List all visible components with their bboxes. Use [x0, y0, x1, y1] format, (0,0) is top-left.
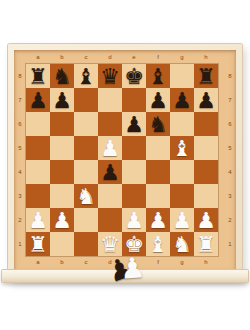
- square-g8[interactable]: [170, 64, 194, 88]
- square-e2[interactable]: ♟: [122, 208, 146, 232]
- square-h2[interactable]: ♟: [194, 208, 218, 232]
- square-b3[interactable]: [50, 184, 74, 208]
- piece-black-king-e8[interactable]: ♚: [122, 64, 146, 88]
- square-h6[interactable]: [194, 112, 218, 136]
- piece-white-pawn-g2[interactable]: ♟: [170, 208, 194, 232]
- piece-white-knight-g1[interactable]: ♞: [170, 232, 194, 256]
- square-c5[interactable]: [74, 136, 98, 160]
- square-d4[interactable]: ♟: [98, 160, 122, 184]
- file-label-bottom-h: h: [194, 258, 218, 267]
- square-g2[interactable]: ♟: [170, 208, 194, 232]
- rank-label-right-2: 2: [225, 208, 235, 232]
- piece-black-queen-d8[interactable]: ♛: [98, 64, 122, 88]
- square-b4[interactable]: [50, 160, 74, 184]
- piece-white-knight-c3[interactable]: ♞: [74, 184, 98, 208]
- square-d6[interactable]: [98, 112, 122, 136]
- file-label-top-g: g: [170, 53, 194, 62]
- piece-white-pawn-h2[interactable]: ♟: [194, 208, 218, 232]
- rank-label-right-1: 1: [225, 232, 235, 256]
- file-label-top-b: b: [50, 53, 74, 62]
- square-a3[interactable]: [26, 184, 50, 208]
- board-surface: abcdefgh 87654321 87654321 ♜♞♝♛♚♝♜♟♟♟♟♟♟…: [14, 50, 236, 273]
- square-a6[interactable]: [26, 112, 50, 136]
- file-label-bottom-b: b: [50, 258, 74, 267]
- rank-label-right-7: 7: [225, 88, 235, 112]
- square-f8[interactable]: ♝: [146, 64, 170, 88]
- square-d2[interactable]: [98, 208, 122, 232]
- piece-white-bishop-f1[interactable]: ♝: [146, 232, 170, 256]
- square-a4[interactable]: [26, 160, 50, 184]
- square-b2[interactable]: ♟: [50, 208, 74, 232]
- square-c1[interactable]: [74, 232, 98, 256]
- square-f4[interactable]: [146, 160, 170, 184]
- piece-white-rook-a1[interactable]: ♜: [26, 232, 50, 256]
- piece-white-bishop-g5[interactable]: ♝: [170, 136, 194, 160]
- piece-white-pawn-e2[interactable]: ♟: [122, 208, 146, 232]
- rank-label-left-8: 8: [15, 64, 25, 88]
- rank-label-right-5: 5: [225, 136, 235, 160]
- square-b7[interactable]: ♟: [50, 88, 74, 112]
- rank-label-left-1: 1: [15, 232, 25, 256]
- piece-black-rook-h8[interactable]: ♜: [194, 64, 218, 88]
- square-c7[interactable]: [74, 88, 98, 112]
- file-label-bottom-g: g: [170, 258, 194, 267]
- square-f3[interactable]: [146, 184, 170, 208]
- demo-board-frame: abcdefgh 87654321 87654321 ♜♞♝♛♚♝♜♟♟♟♟♟♟…: [8, 44, 242, 280]
- rank-label-right-6: 6: [225, 112, 235, 136]
- square-f5[interactable]: [146, 136, 170, 160]
- piece-white-pawn-f2[interactable]: ♟: [146, 208, 170, 232]
- rank-labels-left: 87654321: [15, 64, 25, 256]
- square-f7[interactable]: ♟: [146, 88, 170, 112]
- square-g4[interactable]: [170, 160, 194, 184]
- square-c4[interactable]: [74, 160, 98, 184]
- square-c3[interactable]: ♞: [74, 184, 98, 208]
- file-label-bottom-f: f: [146, 258, 170, 267]
- square-g3[interactable]: [170, 184, 194, 208]
- square-h1[interactable]: ♜: [194, 232, 218, 256]
- rank-label-left-3: 3: [15, 184, 25, 208]
- square-f2[interactable]: ♟: [146, 208, 170, 232]
- piece-black-bishop-c8[interactable]: ♝: [74, 64, 98, 88]
- square-b5[interactable]: [50, 136, 74, 160]
- square-e4[interactable]: [122, 160, 146, 184]
- square-g5[interactable]: ♝: [170, 136, 194, 160]
- square-e8[interactable]: ♚: [122, 64, 146, 88]
- piece-white-pawn-a2[interactable]: ♟: [26, 208, 50, 232]
- piece-black-pawn-h7[interactable]: ♟: [194, 88, 218, 112]
- square-a2[interactable]: ♟: [26, 208, 50, 232]
- square-d8[interactable]: ♛: [98, 64, 122, 88]
- piece-black-pawn-d4[interactable]: ♟: [98, 160, 122, 184]
- file-label-top-c: c: [74, 53, 98, 62]
- file-label-bottom-c: c: [74, 258, 98, 267]
- square-h4[interactable]: [194, 160, 218, 184]
- square-a5[interactable]: [26, 136, 50, 160]
- square-b8[interactable]: ♞: [50, 64, 74, 88]
- square-e5[interactable]: [122, 136, 146, 160]
- square-e6[interactable]: ♟: [122, 112, 146, 136]
- square-g6[interactable]: [170, 112, 194, 136]
- file-label-top-e: e: [122, 53, 146, 62]
- rank-label-left-4: 4: [15, 160, 25, 184]
- square-f6[interactable]: ♞: [146, 112, 170, 136]
- rank-label-left-5: 5: [15, 136, 25, 160]
- rank-label-right-8: 8: [225, 64, 235, 88]
- square-a7[interactable]: ♟: [26, 88, 50, 112]
- chess-board: ♜♞♝♛♚♝♜♟♟♟♟♟♟♞♟♝♟♞♟♟♟♟♟♟♜♛♚♝♞♜: [26, 64, 218, 256]
- piece-black-knight-f6[interactable]: ♞: [146, 112, 170, 136]
- square-a8[interactable]: ♜: [26, 64, 50, 88]
- square-c8[interactable]: ♝: [74, 64, 98, 88]
- square-d3[interactable]: [98, 184, 122, 208]
- square-h7[interactable]: ♟: [194, 88, 218, 112]
- piece-white-rook-h1[interactable]: ♜: [194, 232, 218, 256]
- file-label-top-h: h: [194, 53, 218, 62]
- piece-black-pawn-e6[interactable]: ♟: [122, 112, 146, 136]
- square-c6[interactable]: [74, 112, 98, 136]
- piece-black-rook-a8[interactable]: ♜: [26, 64, 50, 88]
- piece-white-pawn-d5[interactable]: ♟: [98, 136, 122, 160]
- rank-label-right-3: 3: [225, 184, 235, 208]
- square-a1[interactable]: ♜: [26, 232, 50, 256]
- square-g1[interactable]: ♞: [170, 232, 194, 256]
- file-label-top-f: f: [146, 53, 170, 62]
- square-b1[interactable]: [50, 232, 74, 256]
- square-f1[interactable]: ♝: [146, 232, 170, 256]
- square-c2[interactable]: [74, 208, 98, 232]
- piece-black-bishop-f8[interactable]: ♝: [146, 64, 170, 88]
- file-label-top-a: a: [26, 53, 50, 62]
- piece-black-pawn-a7[interactable]: ♟: [26, 88, 50, 112]
- square-g7[interactable]: ♟: [170, 88, 194, 112]
- captured-white-pawn[interactable]: ♟: [119, 254, 146, 284]
- square-e7[interactable]: [122, 88, 146, 112]
- file-label-top-d: d: [98, 53, 122, 62]
- rank-label-left-7: 7: [15, 88, 25, 112]
- square-b6[interactable]: [50, 112, 74, 136]
- square-h3[interactable]: [194, 184, 218, 208]
- piece-black-knight-b8[interactable]: ♞: [50, 64, 74, 88]
- piece-black-pawn-f7[interactable]: ♟: [146, 88, 170, 112]
- piece-black-pawn-b7[interactable]: ♟: [50, 88, 74, 112]
- file-label-bottom-a: a: [26, 258, 50, 267]
- rank-label-left-6: 6: [15, 112, 25, 136]
- piece-black-pawn-g7[interactable]: ♟: [170, 88, 194, 112]
- rank-label-left-2: 2: [15, 208, 25, 232]
- square-d5[interactable]: ♟: [98, 136, 122, 160]
- file-labels-top: abcdefgh: [26, 53, 218, 62]
- rank-labels-right: 87654321: [225, 64, 235, 256]
- piece-white-pawn-b2[interactable]: ♟: [50, 208, 74, 232]
- square-d7[interactable]: [98, 88, 122, 112]
- square-e3[interactable]: [122, 184, 146, 208]
- rank-label-right-4: 4: [225, 160, 235, 184]
- square-h5[interactable]: [194, 136, 218, 160]
- square-h8[interactable]: ♜: [194, 64, 218, 88]
